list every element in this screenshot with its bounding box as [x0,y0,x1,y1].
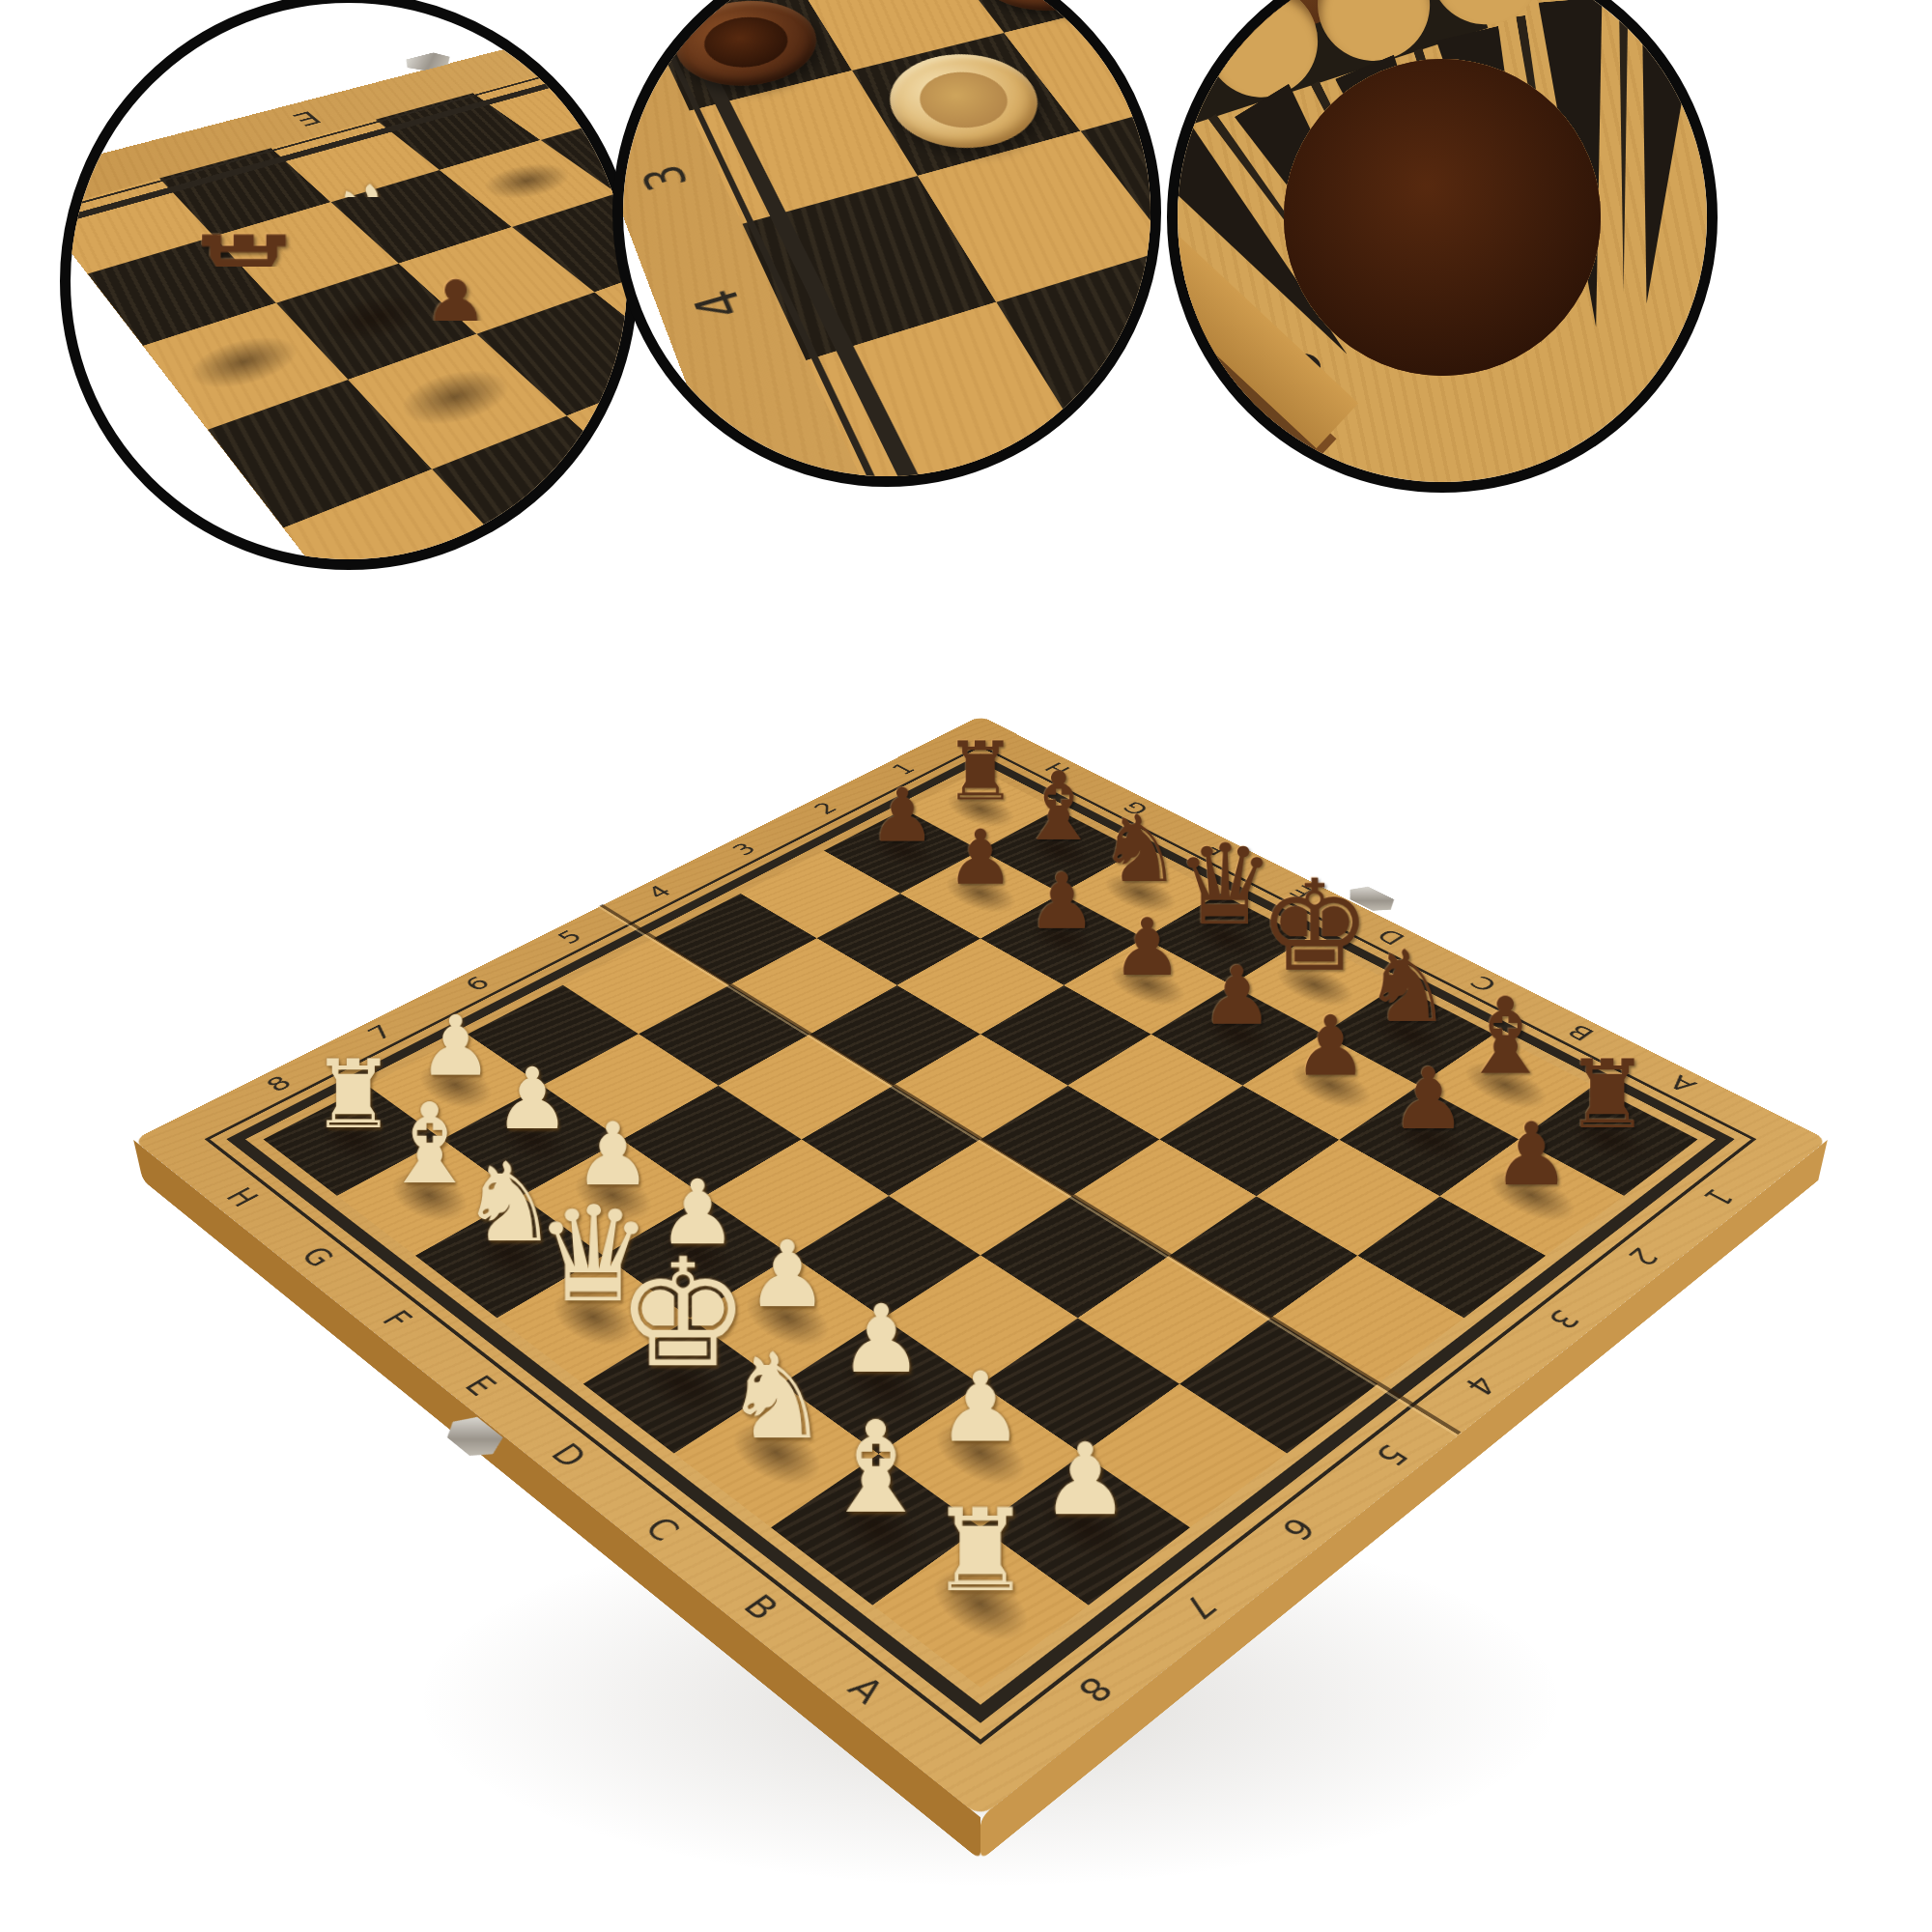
file-label-top: B [562,34,613,55]
inset-chess-closeup: EB♜♞♟♛♚♟♞♝♞♞♟ [60,0,638,570]
board-square [1093,390,1161,487]
board-square [564,44,638,112]
backgammon-point [1615,0,1705,306]
inset-checkers-closeup: 1234F [612,0,1161,487]
inset1-scene: EB♜♞♟♛♚♟♞♝♞♞♟ [71,3,627,559]
product-photo-3in1-game-set: EB♜♞♟♛♚♟♞♝♞♞♟ 1234F HGFEDCBAHGFEDCBA1234… [0,0,1932,1932]
rank-label-left: 3 [631,155,697,202]
inset-checkerboard-fragment: 1234F [612,0,1161,487]
file-label-top: E [280,106,334,131]
inset-chessboard-fragment: EB♜♞♟♛♚♟♞♝♞♞♟ [60,0,638,570]
checker-dark [1178,455,1270,493]
inset-backgammon-closeup [1167,0,1718,493]
board-square [531,512,638,570]
rank-label-left: 4 [681,276,755,333]
scalloped-edge-bump [1191,0,1332,112]
inset2-scene: 1234F [623,0,1151,476]
latch-icon [399,50,458,72]
backgammon-point-outline [1619,0,1629,292]
scalloped-edge-bump [1167,7,1220,148]
latch-icon [1341,883,1401,915]
rank-label-left: 2 [612,52,650,92]
board-square [1147,0,1161,90]
